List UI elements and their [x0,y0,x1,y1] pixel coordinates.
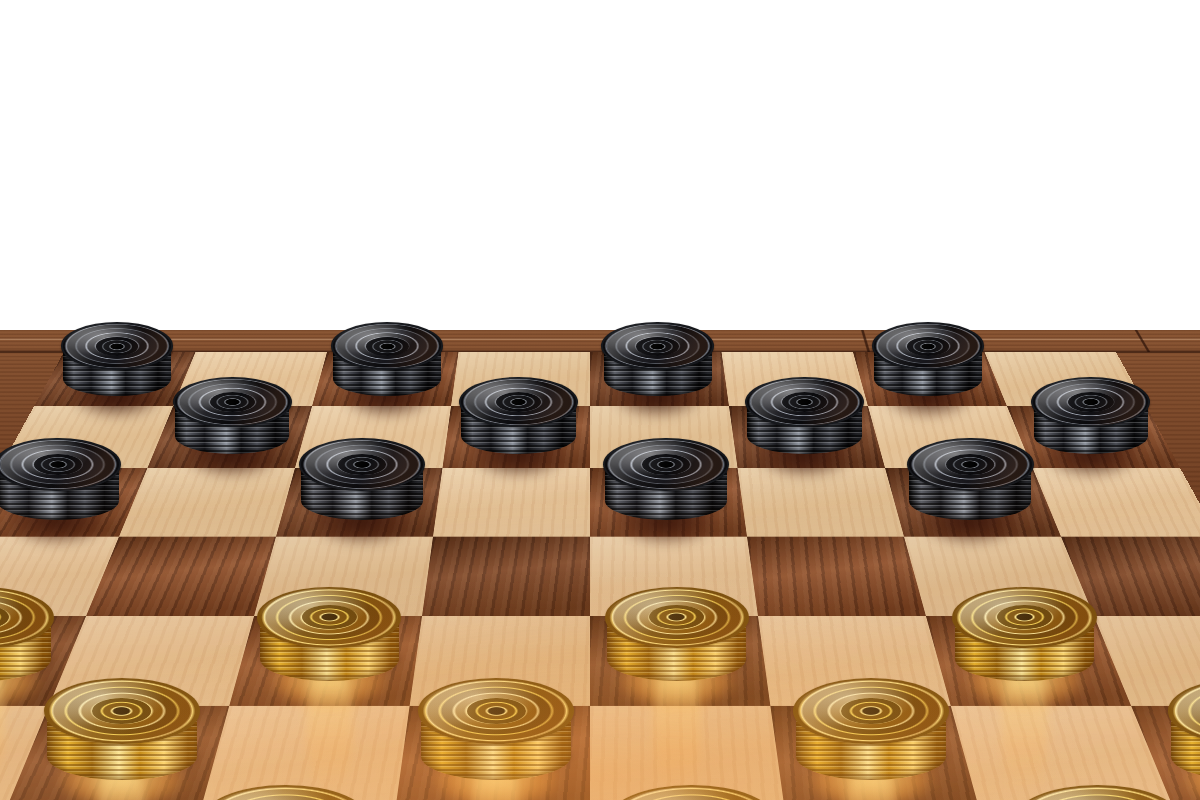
square-c4 [229,615,422,705]
square-g8 [853,352,1007,407]
square-f6 [737,468,904,537]
square-g7 [868,407,1032,468]
square-f3 [770,706,979,800]
checkers-board-photo: ⛂⛂⛂⛂⛂⛂⛂⛂⛂⛂⛂⛂⛀⛀⛀⛀⛀⛀⛀⛀⛀⛀⛀⛀ [0,0,1200,800]
checkers-board [0,352,1200,800]
square-f8 [722,352,869,407]
square-e4 [590,615,770,705]
square-e5 [590,537,758,616]
square-f5 [747,537,926,616]
square-c5 [254,537,433,616]
square-b5 [86,537,276,616]
square-a8 [34,352,196,407]
square-d6 [433,468,590,537]
rail-seam-corner [1135,330,1151,352]
rail-seam-joint [861,330,870,352]
square-b6 [119,468,295,537]
square-e7 [590,407,737,468]
square-b8 [173,352,327,407]
square-c8 [312,352,459,407]
square-b4 [49,615,254,705]
square-f7 [729,407,885,468]
square-e3 [590,706,785,800]
rail-seam-horizontal [0,339,1200,340]
square-d4 [410,615,590,705]
square-f4 [758,615,951,705]
square-g6 [885,468,1061,537]
square-d3 [395,706,590,800]
square-c3 [200,706,409,800]
square-e8 [590,352,729,407]
square-d8 [451,352,590,407]
square-d5 [422,537,590,616]
square-h6 [1032,468,1200,537]
square-d7 [443,407,590,468]
square-c7 [295,407,451,468]
square-e6 [590,468,747,537]
square-b7 [148,407,312,468]
square-c6 [276,468,443,537]
